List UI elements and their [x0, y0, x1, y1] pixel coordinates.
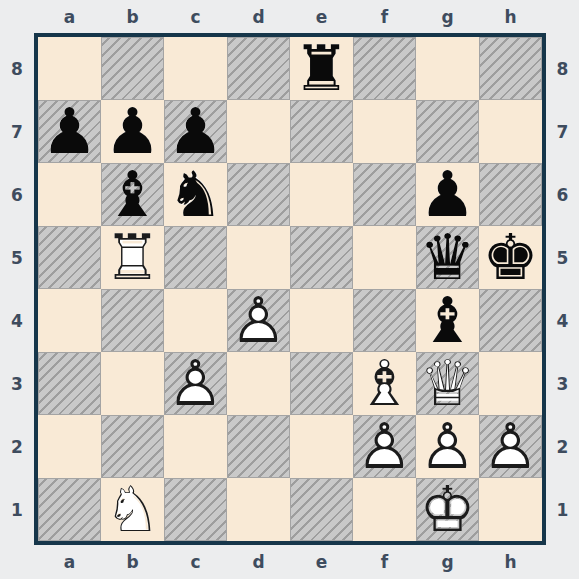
square-c3[interactable]: ♟♙ — [164, 352, 227, 415]
file-label-b: b — [101, 545, 164, 579]
square-c2[interactable] — [164, 415, 227, 478]
square-g8[interactable] — [416, 37, 479, 100]
rank-labels-right: 87654321 — [546, 37, 579, 541]
square-c7[interactable]: ♙♟ — [164, 100, 227, 163]
square-b3[interactable] — [101, 352, 164, 415]
square-a8[interactable] — [38, 37, 101, 100]
file-label-a: a — [38, 0, 101, 33]
file-labels-bottom: abcdefgh — [38, 545, 542, 579]
square-e2[interactable] — [290, 415, 353, 478]
square-f5[interactable] — [353, 226, 416, 289]
square-a6[interactable] — [38, 163, 101, 226]
square-h6[interactable] — [479, 163, 542, 226]
white-bishop[interactable]: ♝♗ — [356, 352, 412, 415]
square-c6[interactable]: ♘♞ — [164, 163, 227, 226]
rank-label-5: 5 — [0, 226, 34, 289]
rank-label-6: 6 — [0, 163, 34, 226]
square-b4[interactable] — [101, 289, 164, 352]
rank-label-7: 7 — [546, 100, 579, 163]
square-e5[interactable] — [290, 226, 353, 289]
rank-label-3: 3 — [0, 352, 34, 415]
rank-label-8: 8 — [546, 37, 579, 100]
file-label-e: e — [290, 545, 353, 579]
rank-label-3: 3 — [546, 352, 579, 415]
rank-label-2: 2 — [0, 415, 34, 478]
black-pawn[interactable]: ♙♟ — [167, 100, 223, 163]
square-d4[interactable]: ♟♙ — [227, 289, 290, 352]
square-d3[interactable] — [227, 352, 290, 415]
square-e4[interactable] — [290, 289, 353, 352]
square-a1[interactable] — [38, 478, 101, 541]
square-f3[interactable]: ♝♗ — [353, 352, 416, 415]
rank-label-1: 1 — [546, 478, 579, 541]
black-queen[interactable]: ♕♛ — [419, 226, 475, 289]
file-label-b: b — [101, 0, 164, 33]
white-pawn[interactable]: ♟♙ — [230, 289, 286, 352]
square-e3[interactable] — [290, 352, 353, 415]
square-e1[interactable] — [290, 478, 353, 541]
square-a4[interactable] — [38, 289, 101, 352]
square-c8[interactable] — [164, 37, 227, 100]
square-d6[interactable] — [227, 163, 290, 226]
black-knight[interactable]: ♘♞ — [167, 163, 223, 226]
square-d1[interactable] — [227, 478, 290, 541]
square-b1[interactable]: ♞♘ — [101, 478, 164, 541]
square-e6[interactable] — [290, 163, 353, 226]
square-g6[interactable]: ♙♟ — [416, 163, 479, 226]
square-h5[interactable]: ♔♚ — [479, 226, 542, 289]
file-label-c: c — [164, 0, 227, 33]
square-c5[interactable] — [164, 226, 227, 289]
file-label-a: a — [38, 545, 101, 579]
rank-label-4: 4 — [546, 289, 579, 352]
chess-board: ♖♜♙♟♙♟♙♟♗♝♘♞♙♟♜♖♕♛♔♚♟♙♗♝♟♙♝♗♛♕♟♙♟♙♟♙♞♘♚♔ — [34, 33, 546, 545]
file-label-g: g — [416, 0, 479, 33]
square-g3[interactable]: ♛♕ — [416, 352, 479, 415]
file-label-h: h — [479, 545, 542, 579]
square-c4[interactable] — [164, 289, 227, 352]
square-b8[interactable] — [101, 37, 164, 100]
black-pawn[interactable]: ♙♟ — [104, 100, 160, 163]
white-king[interactable]: ♚♔ — [419, 478, 475, 541]
square-b5[interactable]: ♜♖ — [101, 226, 164, 289]
square-b7[interactable]: ♙♟ — [101, 100, 164, 163]
file-label-g: g — [416, 545, 479, 579]
square-d2[interactable] — [227, 415, 290, 478]
file-labels-top: abcdefgh — [38, 0, 542, 33]
square-g5[interactable]: ♕♛ — [416, 226, 479, 289]
square-d5[interactable] — [227, 226, 290, 289]
rank-label-2: 2 — [546, 415, 579, 478]
file-label-h: h — [479, 0, 542, 33]
file-label-f: f — [353, 0, 416, 33]
rank-label-7: 7 — [0, 100, 34, 163]
rank-labels-left: 87654321 — [0, 37, 34, 541]
board-grid: ♖♜♙♟♙♟♙♟♗♝♘♞♙♟♜♖♕♛♔♚♟♙♗♝♟♙♝♗♛♕♟♙♟♙♟♙♞♘♚♔ — [38, 37, 542, 541]
rank-label-1: 1 — [0, 478, 34, 541]
square-g7[interactable] — [416, 100, 479, 163]
square-c1[interactable] — [164, 478, 227, 541]
black-bishop[interactable]: ♗♝ — [419, 289, 475, 352]
white-knight[interactable]: ♞♘ — [104, 478, 160, 541]
square-d7[interactable] — [227, 100, 290, 163]
square-f7[interactable] — [353, 100, 416, 163]
file-label-e: e — [290, 0, 353, 33]
rank-label-6: 6 — [546, 163, 579, 226]
square-h1[interactable] — [479, 478, 542, 541]
white-pawn[interactable]: ♟♙ — [356, 415, 412, 478]
square-e8[interactable]: ♖♜ — [290, 37, 353, 100]
file-label-c: c — [164, 545, 227, 579]
white-queen[interactable]: ♛♕ — [419, 352, 475, 415]
square-f4[interactable] — [353, 289, 416, 352]
white-pawn[interactable]: ♟♙ — [167, 352, 223, 415]
black-rook[interactable]: ♖♜ — [293, 37, 349, 100]
square-g1[interactable]: ♚♔ — [416, 478, 479, 541]
black-bishop[interactable]: ♗♝ — [104, 163, 160, 226]
white-pawn[interactable]: ♟♙ — [482, 415, 538, 478]
file-label-f: f — [353, 545, 416, 579]
black-pawn[interactable]: ♙♟ — [419, 163, 475, 226]
white-rook[interactable]: ♜♖ — [104, 226, 160, 289]
square-h2[interactable]: ♟♙ — [479, 415, 542, 478]
square-f8[interactable] — [353, 37, 416, 100]
square-a5[interactable] — [38, 226, 101, 289]
square-b6[interactable]: ♗♝ — [101, 163, 164, 226]
square-h3[interactable] — [479, 352, 542, 415]
rank-label-8: 8 — [0, 37, 34, 100]
white-pawn[interactable]: ♟♙ — [419, 415, 475, 478]
square-a7[interactable]: ♙♟ — [38, 100, 101, 163]
square-a3[interactable] — [38, 352, 101, 415]
square-g2[interactable]: ♟♙ — [416, 415, 479, 478]
square-f1[interactable] — [353, 478, 416, 541]
file-label-d: d — [227, 0, 290, 33]
square-h4[interactable] — [479, 289, 542, 352]
rank-label-4: 4 — [0, 289, 34, 352]
square-f6[interactable] — [353, 163, 416, 226]
square-e7[interactable] — [290, 100, 353, 163]
square-f2[interactable]: ♟♙ — [353, 415, 416, 478]
square-g4[interactable]: ♗♝ — [416, 289, 479, 352]
square-a2[interactable] — [38, 415, 101, 478]
rank-label-5: 5 — [546, 226, 579, 289]
black-pawn[interactable]: ♙♟ — [41, 100, 97, 163]
file-label-d: d — [227, 545, 290, 579]
square-d8[interactable] — [227, 37, 290, 100]
black-king[interactable]: ♔♚ — [482, 226, 538, 289]
square-b2[interactable] — [101, 415, 164, 478]
chess-diagram: abcdefgh abcdefgh 87654321 87654321 ♖♜♙♟… — [0, 0, 579, 579]
square-h7[interactable] — [479, 100, 542, 163]
square-h8[interactable] — [479, 37, 542, 100]
